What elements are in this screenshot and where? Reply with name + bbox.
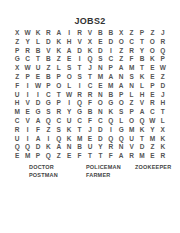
grid-cell: E: [12, 152, 22, 161]
grid-cell: R: [74, 29, 84, 38]
grid-cell: G: [106, 99, 116, 108]
grid-cell: P: [54, 73, 64, 82]
grid-cell: B: [106, 91, 116, 100]
grid-cell: E: [33, 73, 43, 82]
grid-cell: I: [106, 126, 116, 135]
grid-cell: G: [43, 99, 53, 108]
grid-cell: A: [33, 135, 43, 144]
grid-cell: U: [85, 143, 95, 152]
grid-cell: P: [12, 47, 22, 56]
grid-cell: R: [12, 126, 22, 135]
grid-cell: O: [54, 82, 64, 91]
grid-cell: Q: [74, 99, 84, 108]
grid-cell: Z: [12, 38, 22, 47]
grid-cell: R: [74, 91, 84, 100]
grid-cell: C: [147, 108, 157, 117]
grid-cell: Q: [116, 135, 126, 144]
word-list-item: ZOOKEEPER: [135, 164, 180, 171]
grid-cell: I: [22, 91, 32, 100]
grid-cell: Q: [22, 143, 32, 152]
grid-cell: P: [33, 152, 43, 161]
grid-cell: L: [137, 82, 147, 91]
grid-cell: M: [126, 64, 136, 73]
grid-cell: O: [147, 38, 157, 47]
grid-cell: Y: [22, 38, 32, 47]
grid-cell: D: [33, 99, 43, 108]
grid-cell: Z: [54, 152, 64, 161]
grid-cell: F: [33, 126, 43, 135]
grid-cell: L: [126, 91, 136, 100]
grid-cell: D: [43, 38, 53, 47]
grid-cell: Z: [54, 55, 64, 64]
grid-cell: V: [43, 47, 53, 56]
grid-cell: Y: [64, 108, 74, 117]
grid-cell: I: [22, 126, 32, 135]
grid-cell: Z: [43, 64, 53, 73]
grid-cell: J: [158, 29, 168, 38]
grid-cell: S: [43, 108, 53, 117]
grid-cell: R: [126, 47, 136, 56]
grid-cell: K: [85, 47, 95, 56]
word-search-worksheet: JOBS2 XWKRAIRVBBXZPZJZYLDKHVXEDOCTORPRBV…: [0, 0, 180, 233]
grid-cell: K: [64, 126, 74, 135]
grid-cell: E: [95, 38, 105, 47]
grid-cell: O: [116, 99, 126, 108]
grid-cell: I: [64, 99, 74, 108]
grid-cell: X: [85, 38, 95, 47]
grid-cell: X: [12, 64, 22, 73]
grid-cell: O: [126, 117, 136, 126]
grid-cell: F: [12, 82, 22, 91]
grid-cell: B: [74, 143, 84, 152]
grid-cell: B: [137, 55, 147, 64]
grid-cell: P: [126, 108, 136, 117]
grid-cell: I: [74, 55, 84, 64]
grid-cell: K: [158, 135, 168, 144]
grid-cell: R: [54, 108, 64, 117]
grid-cell: D: [106, 38, 116, 47]
grid-cell: T: [54, 91, 64, 100]
grid-cell: K: [54, 38, 64, 47]
grid-cell: T: [95, 152, 105, 161]
grid-cell: S: [74, 73, 84, 82]
grid-cell: W: [22, 29, 32, 38]
grid-cell: S: [95, 55, 105, 64]
grid-cell: I: [33, 91, 43, 100]
grid-cell: C: [54, 117, 64, 126]
grid-cell: Z: [126, 29, 136, 38]
grid-cell: V: [74, 38, 84, 47]
grid-cell: P: [116, 91, 126, 100]
grid-cell: Q: [43, 152, 53, 161]
grid-cell: A: [54, 29, 64, 38]
grid-cell: L: [64, 82, 74, 91]
grid-cell: O: [95, 99, 105, 108]
grid-cell: K: [54, 47, 64, 56]
grid-cell: D: [95, 126, 105, 135]
grid-cell: Y: [147, 126, 157, 135]
grid-cell: E: [64, 55, 74, 64]
grid-cell: B: [95, 29, 105, 38]
grid-cell: Z: [147, 143, 157, 152]
grid-cell: U: [33, 64, 43, 73]
grid-cell: R: [158, 152, 168, 161]
grid-cell: C: [43, 91, 53, 100]
grid-cell: K: [106, 108, 116, 117]
grid-cell: E: [147, 64, 157, 73]
grid-cell: E: [147, 152, 157, 161]
grid-cell: Z: [116, 47, 126, 56]
grid-cell: K: [137, 73, 147, 82]
grid-cell: U: [64, 117, 74, 126]
letter-grid: XWKRAIRVBBXZPZJZYLDKHVXEDOCTORPRBVKADKDI…: [12, 29, 168, 161]
grid-cell: T: [33, 55, 43, 64]
grid-cell: V: [22, 99, 32, 108]
grid-cell: P: [158, 55, 168, 64]
grid-cell: D: [95, 135, 105, 144]
grid-cell: M: [137, 152, 147, 161]
grid-cell: K: [137, 126, 147, 135]
grid-cell: R: [106, 143, 116, 152]
grid-cell: Q: [12, 143, 22, 152]
grid-cell: T: [85, 152, 95, 161]
grid-cell: C: [95, 117, 105, 126]
grid-cell: A: [116, 152, 126, 161]
grid-cell: R: [126, 152, 136, 161]
grid-cell: E: [147, 91, 157, 100]
grid-cell: U: [12, 135, 22, 144]
grid-cell: R: [158, 38, 168, 47]
grid-cell: O: [116, 38, 126, 47]
grid-cell: U: [12, 91, 22, 100]
grid-cell: G: [33, 108, 43, 117]
grid-cell: E: [22, 108, 32, 117]
grid-cell: X: [116, 29, 126, 38]
word-list-item: POLICEMAN: [86, 164, 135, 171]
grid-cell: Q: [106, 135, 116, 144]
grid-cell: I: [74, 82, 84, 91]
grid-cell: E: [64, 152, 74, 161]
grid-cell: K: [64, 135, 74, 144]
word-list-item: FARMER: [86, 172, 135, 179]
word-list-item: DOCTOR: [29, 164, 86, 171]
grid-cell: C: [22, 55, 32, 64]
grid-cell: J: [85, 64, 95, 73]
grid-cell: P: [106, 64, 116, 73]
grid-cell: Q: [54, 135, 64, 144]
grid-cell: K: [43, 143, 53, 152]
grid-cell: F: [85, 99, 95, 108]
grid-cell: T: [85, 73, 95, 82]
grid-cell: V: [137, 99, 147, 108]
grid-cell: B: [85, 108, 95, 117]
grid-cell: H: [137, 91, 147, 100]
grid-cell: K: [33, 29, 43, 38]
grid-cell: D: [33, 143, 43, 152]
grid-cell: P: [137, 29, 147, 38]
grid-cell: J: [158, 91, 168, 100]
grid-cell: Q: [158, 47, 168, 56]
grid-cell: T: [158, 108, 168, 117]
grid-cell: D: [74, 47, 84, 56]
grid-cell: I: [22, 82, 32, 91]
grid-cell: Q: [85, 55, 95, 64]
grid-cell: S: [64, 64, 74, 73]
grid-cell: R: [85, 91, 95, 100]
grid-cell: G: [116, 126, 126, 135]
grid-cell: H: [158, 99, 168, 108]
grid-cell: T: [137, 135, 147, 144]
grid-cell: P: [54, 99, 64, 108]
grid-cell: M: [147, 135, 157, 144]
grid-cell: T: [74, 64, 84, 73]
grid-cell: X: [12, 29, 22, 38]
grid-cell: I: [22, 135, 32, 144]
puzzle-title: JOBS2: [0, 0, 180, 26]
grid-cell: S: [54, 126, 64, 135]
grid-cell: M: [126, 126, 136, 135]
grid-cell: B: [106, 29, 116, 38]
grid-cell: F: [74, 152, 84, 161]
word-list: DOCTORPOLICEMANZOOKEEPERPOSTMANFARMER: [0, 164, 180, 179]
grid-cell: F: [85, 117, 95, 126]
grid-cell: Z: [147, 29, 157, 38]
grid-cell: I: [43, 135, 53, 144]
grid-cell: M: [12, 108, 22, 117]
grid-cell: Z: [43, 126, 53, 135]
grid-cell: W: [147, 117, 157, 126]
grid-cell: A: [106, 73, 116, 82]
grid-cell: C: [85, 82, 95, 91]
grid-cell: P: [43, 82, 53, 91]
grid-cell: M: [95, 73, 105, 82]
grid-cell: A: [64, 47, 74, 56]
grid-cell: H: [12, 99, 22, 108]
grid-cell: M: [22, 152, 32, 161]
grid-cell: V: [22, 117, 32, 126]
grid-cell: N: [116, 73, 126, 82]
grid-cell: N: [95, 91, 105, 100]
grid-cell: A: [137, 108, 147, 117]
grid-cell: N: [64, 143, 74, 152]
grid-cell: F: [126, 55, 136, 64]
grid-cell: Q: [106, 117, 116, 126]
grid-cell: E: [147, 73, 157, 82]
grid-cell: C: [106, 55, 116, 64]
grid-cell: Q: [43, 117, 53, 126]
grid-cell: H: [64, 38, 74, 47]
grid-cell: N: [95, 64, 105, 73]
grid-cell: Z: [126, 99, 136, 108]
grid-cell: O: [147, 47, 157, 56]
grid-cell: N: [126, 82, 136, 91]
grid-cell: R: [22, 47, 32, 56]
grid-cell: P: [147, 82, 157, 91]
grid-cell: I: [64, 29, 74, 38]
grid-cell: Y: [95, 143, 105, 152]
grid-cell: C: [12, 117, 22, 126]
grid-cell: L: [116, 117, 126, 126]
grid-cell: R: [43, 29, 53, 38]
grid-cell: Z: [158, 73, 168, 82]
grid-cell: W: [158, 64, 168, 73]
grid-cell: P: [22, 73, 32, 82]
grid-cell: R: [147, 99, 157, 108]
grid-cell: G: [74, 108, 84, 117]
grid-cell: E: [85, 135, 95, 144]
grid-cell: B: [33, 47, 43, 56]
grid-cell: Q: [137, 117, 147, 126]
grid-cell: K: [147, 55, 157, 64]
grid-cell: J: [85, 126, 95, 135]
grid-cell: G: [12, 55, 22, 64]
grid-cell: Y: [137, 47, 147, 56]
grid-cell: L: [54, 64, 64, 73]
grid-cell: S: [126, 73, 136, 82]
grid-cell: W: [33, 82, 43, 91]
grid-cell: A: [116, 82, 126, 91]
grid-cell: L: [158, 117, 168, 126]
grid-cell: D: [95, 47, 105, 56]
grid-cell: A: [116, 64, 126, 73]
grid-cell: K: [158, 143, 168, 152]
grid-cell: O: [64, 73, 74, 82]
grid-cell: B: [43, 55, 53, 64]
grid-cell: X: [158, 126, 168, 135]
grid-cell: F: [106, 152, 116, 161]
grid-cell: M: [106, 82, 116, 91]
grid-cell: Z: [116, 55, 126, 64]
grid-cell: E: [95, 82, 105, 91]
grid-cell: T: [137, 64, 147, 73]
grid-cell: Z: [12, 73, 22, 82]
grid-cell: T: [137, 38, 147, 47]
grid-cell: C: [126, 38, 136, 47]
grid-cell: T: [74, 126, 84, 135]
grid-cell: A: [33, 117, 43, 126]
grid-cell: N: [116, 143, 126, 152]
grid-cell: U: [126, 135, 136, 144]
grid-cell: V: [126, 143, 136, 152]
grid-cell: B: [43, 73, 53, 82]
grid-cell: W: [22, 64, 32, 73]
grid-cell: V: [85, 29, 95, 38]
grid-cell: D: [137, 143, 147, 152]
word-list-item: POSTMAN: [29, 172, 86, 179]
grid-cell: L: [33, 38, 43, 47]
grid-cell: C: [74, 117, 84, 126]
grid-cell: N: [95, 108, 105, 117]
grid-cell: A: [54, 143, 64, 152]
grid-cell: D: [158, 82, 168, 91]
grid-cell: W: [64, 91, 74, 100]
grid-cell: S: [116, 108, 126, 117]
grid-cell: M: [74, 135, 84, 144]
grid-cell: I: [106, 47, 116, 56]
